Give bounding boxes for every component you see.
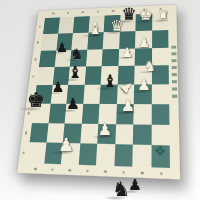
piece-black-knight-captured[interactable]: ♞ [112, 179, 130, 199]
coordinate-label-mark [112, 10, 114, 12]
square-g7 [56, 33, 73, 50]
square-c4 [98, 104, 116, 124]
square-f4 [102, 48, 119, 66]
coordinate-label-mark [97, 10, 99, 12]
square-b7 [46, 123, 65, 143]
square-h2 [135, 14, 151, 31]
square-f1 [151, 47, 168, 65]
square-g4 [103, 31, 120, 48]
square-h6 [73, 16, 89, 33]
square-b2 [133, 124, 151, 145]
coordinate-label-mark [34, 58, 36, 60]
square-h7 [58, 17, 75, 34]
square-a3 [114, 144, 133, 166]
coordinate-label-mark [160, 172, 163, 175]
square-a6 [61, 143, 80, 165]
square-d6 [66, 85, 84, 104]
square-c8 [32, 103, 50, 122]
square-f7 [54, 50, 71, 68]
square-d7 [50, 85, 68, 104]
square-d1 [151, 84, 169, 104]
square-e3 [117, 66, 134, 85]
square-e6 [68, 67, 85, 85]
square-e8 [37, 67, 55, 85]
square-h5 [88, 16, 104, 33]
chessboard-mat: ❖ [27, 13, 170, 168]
square-g1 [152, 30, 169, 48]
square-e7 [52, 67, 69, 85]
coordinate-label-mark [81, 11, 83, 13]
square-h1 [152, 13, 169, 30]
coordinate-label-mark [143, 8, 145, 10]
piece-black-pawn-captured[interactable]: ♟ [128, 178, 141, 193]
square-a5 [78, 144, 97, 166]
square-e2 [134, 66, 151, 85]
square-a4 [96, 144, 115, 166]
square-h8 [43, 17, 60, 33]
square-h4 [104, 15, 120, 32]
square-a2 [132, 145, 151, 167]
coordinate-label-mark [27, 112, 30, 115]
square-b3 [115, 124, 133, 145]
square-f6 [70, 49, 87, 67]
square-h3 [119, 14, 135, 31]
square-d2 [134, 84, 152, 103]
chess-grid [27, 13, 170, 168]
square-d8 [34, 85, 52, 104]
coordinate-label-mark [36, 41, 38, 43]
square-c5 [81, 104, 99, 124]
piece-shadow [122, 191, 139, 194]
coordinate-label-mark [104, 170, 107, 173]
table-background: ❖ ♜♚♟♛♝♟♞♟♟♟♟♟♛♟♞♝♝♟♚♟♞♟ [0, 0, 200, 200]
square-c7 [48, 104, 66, 123]
square-b8 [30, 123, 49, 143]
mat-logo-ornament: ❖ [154, 143, 167, 159]
coordinate-label-mark [141, 171, 144, 174]
coordinate-label-mark [68, 168, 71, 171]
coordinate-label-mark [34, 167, 37, 170]
coordinate-label-mark [122, 170, 125, 173]
square-c3 [116, 104, 134, 124]
square-a8 [27, 142, 46, 163]
square-g3 [119, 31, 136, 49]
square-e4 [101, 66, 118, 85]
coordinate-label-mark [127, 9, 129, 11]
square-f8 [39, 50, 56, 67]
square-d5 [83, 85, 101, 104]
square-f3 [118, 48, 135, 66]
square-d4 [99, 85, 117, 104]
coordinate-label-mark [25, 131, 28, 134]
square-a7 [44, 143, 63, 164]
square-e1 [151, 65, 169, 84]
square-c6 [65, 104, 83, 124]
coordinate-label-mark [86, 169, 89, 172]
piece-shadow [104, 196, 127, 200]
square-f5 [86, 49, 103, 67]
square-c2 [133, 104, 151, 124]
square-c1 [151, 104, 169, 125]
square-f2 [135, 48, 152, 66]
square-e5 [84, 66, 101, 84]
square-g2 [135, 30, 152, 48]
square-g6 [71, 32, 88, 49]
square-g5 [87, 32, 104, 49]
square-b6 [63, 123, 82, 144]
square-b5 [80, 123, 99, 144]
square-d3 [116, 85, 134, 104]
coordinate-label-mark [51, 168, 54, 171]
square-b4 [97, 123, 115, 144]
coordinate-label-mark [52, 12, 54, 14]
square-g8 [41, 33, 58, 50]
coordinate-label-mark [159, 8, 161, 10]
